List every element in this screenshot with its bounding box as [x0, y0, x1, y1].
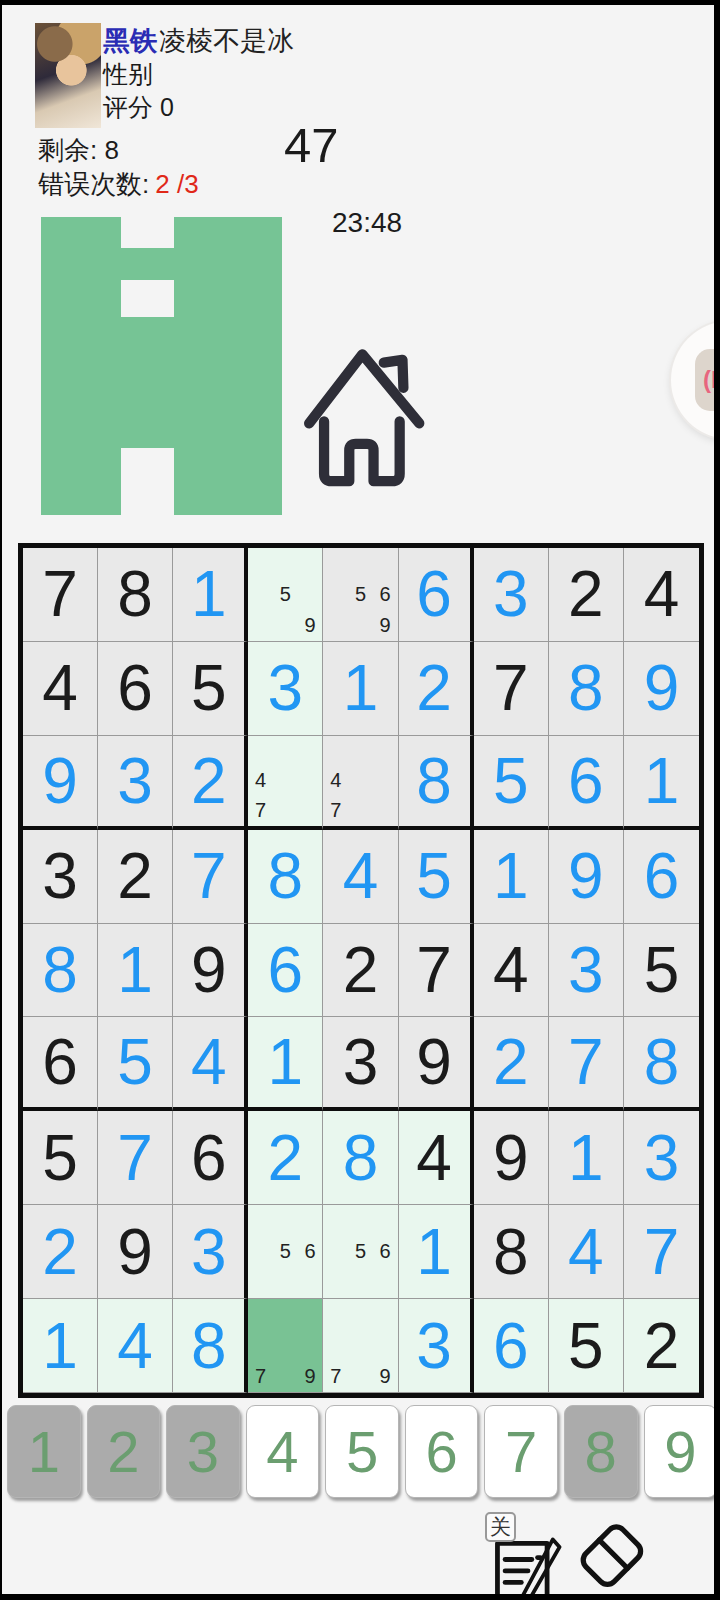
pencil-mark: 9 — [298, 1361, 323, 1392]
user-digit: 1 — [493, 844, 529, 908]
home-button[interactable] — [297, 337, 437, 509]
pencil-mark: 5 — [348, 579, 373, 610]
user-digit: 3 — [644, 1126, 680, 1190]
cell-r9c6[interactable]: 3 — [399, 1299, 474, 1393]
cell-r6c7[interactable]: 2 — [474, 1017, 549, 1111]
tool-bar: 关 — [2, 1510, 720, 1600]
user-digit: 5 — [416, 844, 452, 908]
pencil-mark: 6 — [298, 1236, 323, 1267]
cell-r6c3[interactable]: 4 — [173, 1017, 248, 1111]
cell-r2c5[interactable]: 1 — [323, 642, 398, 736]
key-5[interactable]: 5 — [325, 1405, 399, 1498]
cell-r5c3[interactable]: 9 — [173, 924, 248, 1018]
cell-r1c2[interactable]: 8 — [98, 548, 173, 642]
user-digit: 1 — [644, 749, 680, 813]
user-digit: 6 — [268, 938, 304, 1002]
cell-r2c2[interactable]: 6 — [98, 642, 173, 736]
pencil-mark: 4 — [323, 766, 348, 796]
user-digit: 5 — [493, 749, 529, 813]
user-digit: 6 — [493, 1314, 529, 1378]
cell-r7c4[interactable]: 2 — [248, 1111, 323, 1205]
cell-r1c8[interactable]: 2 — [549, 548, 624, 642]
cell-r9c5[interactable]: 79 — [323, 1299, 398, 1393]
user-digit: 8 — [644, 1030, 680, 1094]
cell-r4c8[interactable]: 9 — [549, 830, 624, 924]
floating-recorder-button[interactable]: (F — [671, 321, 720, 439]
cell-r1c5[interactable]: 569 — [323, 548, 398, 642]
cell-r8c2[interactable]: 9 — [98, 1205, 173, 1299]
key-7[interactable]: 7 — [484, 1405, 558, 1498]
given-digit: 6 — [42, 1030, 78, 1094]
cell-r7c1[interactable]: 5 — [23, 1111, 98, 1205]
cell-r1c3[interactable]: 1 — [173, 548, 248, 642]
pause-button[interactable] — [41, 217, 282, 515]
user-digit: 1 — [568, 1126, 604, 1190]
given-digit: 9 — [117, 1220, 153, 1284]
pencil-mark: 9 — [298, 610, 323, 641]
given-digit: 5 — [42, 1126, 78, 1190]
user-digit: 3 — [268, 656, 304, 720]
pencil-mark: 7 — [248, 1361, 273, 1392]
given-digit: 8 — [493, 1220, 529, 1284]
cell-r6c9[interactable]: 8 — [624, 1017, 699, 1111]
user-digit: 8 — [416, 749, 452, 813]
cell-r7c9[interactable]: 3 — [624, 1111, 699, 1205]
cell-r7c8[interactable]: 1 — [549, 1111, 624, 1205]
user-digit: 1 — [117, 938, 153, 1002]
user-digit: 8 — [568, 656, 604, 720]
number-keypad: 123456789 — [7, 1405, 717, 1498]
cell-r5c8[interactable]: 3 — [549, 924, 624, 1018]
user-digit: 9 — [568, 844, 604, 908]
cell-r3c2[interactable]: 3 — [98, 736, 173, 830]
user-digit: 2 — [42, 1220, 78, 1284]
pencil-mark: 5 — [273, 1236, 298, 1267]
user-digit: 1 — [42, 1314, 78, 1378]
user-digit: 4 — [568, 1220, 604, 1284]
given-digit: 5 — [568, 1314, 604, 1378]
user-digit: 2 — [191, 749, 227, 813]
cell-r8c3[interactable]: 3 — [173, 1205, 248, 1299]
cell-r2c7[interactable]: 7 — [474, 642, 549, 736]
cell-r5c5[interactable]: 2 — [323, 924, 398, 1018]
key-2[interactable]: 2 — [87, 1405, 161, 1498]
cell-r5c4[interactable]: 6 — [248, 924, 323, 1018]
user-digit: 8 — [268, 844, 304, 908]
cell-r4c2[interactable]: 2 — [98, 830, 173, 924]
user-digit: 3 — [416, 1314, 452, 1378]
given-digit: 8 — [117, 562, 153, 626]
sudoku-app-screen: 黑铁凌棱不是冰 性别 评分 0 剩余: 8 47 错误次数:2 /3 23:48 — [0, 0, 720, 1600]
error-counter: 错误次数:2 /3 — [38, 167, 199, 202]
user-digit: 1 — [343, 656, 379, 720]
cell-r3c3[interactable]: 2 — [173, 736, 248, 830]
cell-r9c3[interactable]: 8 — [173, 1299, 248, 1393]
user-digit: 7 — [191, 844, 227, 908]
user-digit: 2 — [268, 1126, 304, 1190]
given-digit: 4 — [644, 562, 680, 626]
rating-value: 0 — [160, 93, 174, 121]
given-digit: 6 — [117, 656, 153, 720]
pencil-mark: 4 — [248, 766, 273, 796]
given-digit: 7 — [42, 562, 78, 626]
user-digit: 7 — [117, 1126, 153, 1190]
sudoku-board: 7815956963244653127899324747856132784519… — [18, 543, 704, 1398]
user-digit: 4 — [191, 1030, 227, 1094]
remaining-counter: 剩余: 8 — [38, 133, 119, 168]
cell-r3c4[interactable]: 47 — [248, 736, 323, 830]
given-digit: 9 — [416, 1030, 452, 1094]
note-mode-badge: 关 — [485, 1512, 516, 1542]
given-digit: 2 — [644, 1314, 680, 1378]
cell-r1c1[interactable]: 7 — [23, 548, 98, 642]
floating-recorder-inner: (F — [695, 349, 720, 411]
cell-r5c1[interactable]: 8 — [23, 924, 98, 1018]
cell-r6c6[interactable]: 9 — [399, 1017, 474, 1111]
user-digit: 8 — [42, 938, 78, 1002]
cell-r2c1[interactable]: 4 — [23, 642, 98, 736]
cell-r3c1[interactable]: 9 — [23, 736, 98, 830]
user-digit: 2 — [416, 656, 452, 720]
user-digit: 7 — [644, 1220, 680, 1284]
key-6[interactable]: 6 — [405, 1405, 479, 1498]
cell-r8c7[interactable]: 8 — [474, 1205, 549, 1299]
username: 凌棱不是冰 — [159, 26, 294, 56]
cell-r3c9[interactable]: 1 — [624, 736, 699, 830]
cell-r1c7[interactable]: 3 — [474, 548, 549, 642]
rating-label: 评分 — [103, 93, 153, 121]
pencil-mark: 9 — [373, 1361, 398, 1392]
user-digit: 3 — [568, 938, 604, 1002]
cell-r1c4[interactable]: 59 — [248, 548, 323, 642]
home-icon — [297, 337, 437, 505]
cell-r4c1[interactable]: 3 — [23, 830, 98, 924]
user-digit: 1 — [191, 562, 227, 626]
key-1[interactable]: 1 — [7, 1405, 81, 1498]
cell-r4c7[interactable]: 1 — [474, 830, 549, 924]
cell-r8c8[interactable]: 4 — [549, 1205, 624, 1299]
cell-r9c1[interactable]: 1 — [23, 1299, 98, 1393]
cell-r4c5[interactable]: 4 — [323, 830, 398, 924]
pencil-mark: 6 — [373, 579, 398, 610]
cell-r3c7[interactable]: 5 — [474, 736, 549, 830]
pencil-mark: 5 — [348, 1236, 373, 1267]
cell-r5c6[interactable]: 7 — [399, 924, 474, 1018]
given-digit: 3 — [42, 844, 78, 908]
cell-r7c5[interactable]: 8 — [323, 1111, 398, 1205]
cell-r4c6[interactable]: 5 — [399, 830, 474, 924]
key-4[interactable]: 4 — [246, 1405, 320, 1498]
score: 47 — [284, 117, 339, 173]
user-digit: 7 — [568, 1030, 604, 1094]
pencil-note-button[interactable]: 关 — [490, 1528, 566, 1600]
gender-label: 性别 — [103, 58, 294, 90]
pause-cutout-middle — [121, 280, 174, 317]
pause-cutout-bottom — [121, 448, 174, 515]
given-digit: 4 — [493, 938, 529, 1002]
eraser-icon — [570, 1522, 658, 1600]
given-digit: 2 — [117, 844, 153, 908]
key-9[interactable]: 9 — [644, 1405, 718, 1498]
eraser-button[interactable] — [570, 1522, 658, 1600]
recorder-glyph: (F — [703, 366, 720, 394]
pencil-mark: 7 — [323, 796, 348, 826]
cell-r1c9[interactable]: 4 — [624, 548, 699, 642]
given-digit: 7 — [493, 656, 529, 720]
cell-r1c6[interactable]: 6 — [399, 548, 474, 642]
cell-r6c4[interactable]: 1 — [248, 1017, 323, 1111]
user-digit: 8 — [343, 1126, 379, 1190]
cell-r8c1[interactable]: 2 — [23, 1205, 98, 1299]
given-digit: 5 — [644, 938, 680, 1002]
user-digit: 1 — [268, 1030, 304, 1094]
error-value: 2 /3 — [155, 169, 198, 199]
cell-r8c9[interactable]: 7 — [624, 1205, 699, 1299]
user-digit: 2 — [493, 1030, 529, 1094]
cell-r7c7[interactable]: 9 — [474, 1111, 549, 1205]
cell-r2c9[interactable]: 9 — [624, 642, 699, 736]
cell-r2c4[interactable]: 3 — [248, 642, 323, 736]
user-digit: 3 — [191, 1220, 227, 1284]
cell-r9c4[interactable]: 79 — [248, 1299, 323, 1393]
cell-r8c6[interactable]: 1 — [399, 1205, 474, 1299]
user-digit: 3 — [493, 562, 529, 626]
cell-r2c3[interactable]: 5 — [173, 642, 248, 736]
user-digit: 9 — [644, 656, 680, 720]
cell-r4c4[interactable]: 8 — [248, 830, 323, 924]
user-digit: 8 — [191, 1314, 227, 1378]
cell-r5c2[interactable]: 1 — [98, 924, 173, 1018]
user-digit: 3 — [117, 749, 153, 813]
user-digit: 6 — [416, 562, 452, 626]
remaining-value: 8 — [104, 135, 118, 165]
cell-r2c6[interactable]: 2 — [399, 642, 474, 736]
key-3[interactable]: 3 — [166, 1405, 240, 1498]
user-digit: 6 — [568, 749, 604, 813]
timer: 23:48 — [332, 207, 402, 239]
user-digit: 1 — [416, 1220, 452, 1284]
user-digit: 4 — [117, 1314, 153, 1378]
pause-cutout-top — [121, 217, 174, 248]
cell-r5c7[interactable]: 4 — [474, 924, 549, 1018]
cell-r9c2[interactable]: 4 — [98, 1299, 173, 1393]
given-digit: 2 — [568, 562, 604, 626]
cell-r2c8[interactable]: 8 — [549, 642, 624, 736]
cell-r4c3[interactable]: 7 — [173, 830, 248, 924]
user-digit: 4 — [343, 844, 379, 908]
given-digit: 7 — [416, 938, 452, 1002]
cell-r7c6[interactable]: 4 — [399, 1111, 474, 1205]
cell-r3c5[interactable]: 47 — [323, 736, 398, 830]
cell-r9c7[interactable]: 6 — [474, 1299, 549, 1393]
given-digit: 3 — [343, 1030, 379, 1094]
user-digit: 5 — [117, 1030, 153, 1094]
cell-r3c8[interactable]: 6 — [549, 736, 624, 830]
pencil-mark: 9 — [373, 610, 398, 641]
cell-r6c2[interactable]: 5 — [98, 1017, 173, 1111]
user-digit: 6 — [644, 844, 680, 908]
cell-r6c8[interactable]: 7 — [549, 1017, 624, 1111]
given-digit: 9 — [493, 1126, 529, 1190]
user-digit: 9 — [42, 749, 78, 813]
cell-r5c9[interactable]: 5 — [624, 924, 699, 1018]
cell-r9c8[interactable]: 5 — [549, 1299, 624, 1393]
given-digit: 5 — [191, 656, 227, 720]
cell-r6c5[interactable]: 3 — [323, 1017, 398, 1111]
cell-r3c6[interactable]: 8 — [399, 736, 474, 830]
pencil-mark: 7 — [248, 796, 273, 826]
pencil-mark: 7 — [323, 1361, 348, 1392]
cell-r4c9[interactable]: 6 — [624, 830, 699, 924]
cell-r8c5[interactable]: 56 — [323, 1205, 398, 1299]
cell-r6c1[interactable]: 6 — [23, 1017, 98, 1111]
given-digit: 6 — [191, 1126, 227, 1190]
cell-r7c3[interactable]: 6 — [173, 1111, 248, 1205]
given-digit: 9 — [191, 938, 227, 1002]
avatar[interactable] — [35, 23, 101, 128]
pencil-mark: 5 — [273, 579, 298, 610]
given-digit: 4 — [42, 656, 78, 720]
username-rank-tag: 黑铁 — [103, 26, 157, 56]
cell-r8c4[interactable]: 56 — [248, 1205, 323, 1299]
pencil-mark: 6 — [373, 1236, 398, 1267]
given-digit: 2 — [343, 938, 379, 1002]
cell-r9c9[interactable]: 2 — [624, 1299, 699, 1393]
given-digit: 4 — [416, 1126, 452, 1190]
key-8[interactable]: 8 — [564, 1405, 638, 1498]
cell-r7c2[interactable]: 7 — [98, 1111, 173, 1205]
user-info: 黑铁凌棱不是冰 性别 评分 0 — [103, 25, 294, 123]
